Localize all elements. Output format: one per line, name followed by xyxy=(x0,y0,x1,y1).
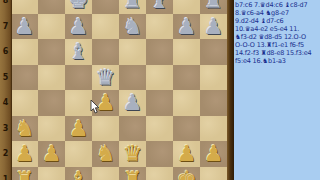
square-h8[interactable]: ♜ xyxy=(200,0,227,14)
black-pawn: ♟ xyxy=(69,14,89,39)
square-e1[interactable]: ♜ xyxy=(119,167,146,181)
rank-label-1: 1 xyxy=(0,167,11,181)
black-pawn: ♟ xyxy=(177,14,197,39)
square-a8[interactable] xyxy=(11,0,38,14)
square-d2[interactable]: ♞ xyxy=(92,141,119,167)
square-a3[interactable]: ♞ xyxy=(11,116,38,142)
square-h7[interactable]: ♟ xyxy=(200,14,227,40)
square-a2[interactable]: ♟ xyxy=(11,141,38,167)
rank-label-7: 7 xyxy=(0,14,11,39)
move-line-4: 10.♛a4-e2 e5-e4 11. xyxy=(235,25,320,33)
square-e5[interactable] xyxy=(119,65,146,91)
square-g5[interactable] xyxy=(173,65,200,91)
white-queen: ♛ xyxy=(123,141,143,166)
move-line-7: 14.f2-f3 ♜d8-e8 15.f3:e4 xyxy=(235,49,320,57)
square-c7[interactable]: ♟ xyxy=(65,14,92,40)
square-g8[interactable] xyxy=(173,0,200,14)
move-line-8: f5:e4 16.♞b1-a3 xyxy=(235,57,320,65)
square-d5[interactable]: ♛ xyxy=(92,65,119,91)
square-g2[interactable]: ♟ xyxy=(173,141,200,167)
square-e3[interactable] xyxy=(119,116,146,142)
black-bishop: ♝ xyxy=(150,0,170,13)
move-line-2: 8.♛c6-a4 ♞g8-e7 xyxy=(235,9,320,17)
square-d6[interactable] xyxy=(92,39,119,65)
mouse-cursor xyxy=(90,100,100,114)
square-f3[interactable] xyxy=(146,116,173,142)
rank-label-strip: 87654321 xyxy=(0,0,12,180)
square-c2[interactable] xyxy=(65,141,92,167)
black-rook: ♜ xyxy=(123,0,143,13)
square-g4[interactable] xyxy=(173,90,200,116)
square-c1[interactable]: ♝ xyxy=(65,167,92,181)
square-h1[interactable] xyxy=(200,167,227,181)
square-f1[interactable] xyxy=(146,167,173,181)
black-pawn: ♟ xyxy=(204,14,224,39)
square-f8[interactable]: ♝ xyxy=(146,0,173,14)
move-line-6: O-O-O 13.♜f1-e1 f6-f5 xyxy=(235,41,320,49)
square-c5[interactable] xyxy=(65,65,92,91)
rank-label-5: 5 xyxy=(0,65,11,90)
rank-label-6: 6 xyxy=(0,39,11,64)
white-king: ♚ xyxy=(177,167,197,180)
rank-label-3: 3 xyxy=(0,116,11,141)
white-rook: ♜ xyxy=(123,167,143,180)
square-h2[interactable]: ♟ xyxy=(200,141,227,167)
white-pawn: ♟ xyxy=(15,141,35,166)
square-a5[interactable] xyxy=(11,65,38,91)
chess-board: ♚♜♝♜♟♟♞♟♟♝♛♟♟♞♟♟♟♞♛♟♟♜♝♜♚ xyxy=(11,0,227,180)
black-king: ♚ xyxy=(69,0,89,13)
black-knight: ♞ xyxy=(123,14,143,39)
square-f2[interactable] xyxy=(146,141,173,167)
board-frame-edge xyxy=(227,0,234,180)
square-c8[interactable]: ♚ xyxy=(65,0,92,14)
square-g7[interactable]: ♟ xyxy=(173,14,200,40)
square-b4[interactable] xyxy=(38,90,65,116)
white-pawn: ♟ xyxy=(42,141,62,166)
white-rook: ♜ xyxy=(15,167,35,180)
white-knight: ♞ xyxy=(96,141,116,166)
square-b1[interactable] xyxy=(38,167,65,181)
black-bishop: ♝ xyxy=(69,39,89,64)
square-b5[interactable] xyxy=(38,65,65,91)
square-h3[interactable] xyxy=(200,116,227,142)
square-e8[interactable]: ♜ xyxy=(119,0,146,14)
black-rook: ♜ xyxy=(204,0,224,13)
square-h5[interactable] xyxy=(200,65,227,91)
square-d8[interactable] xyxy=(92,0,119,14)
white-pawn: ♟ xyxy=(177,141,197,166)
square-f6[interactable] xyxy=(146,39,173,65)
square-a6[interactable] xyxy=(11,39,38,65)
move-line-3: 9.d2-d4 ♝d7-c6 xyxy=(235,17,320,25)
black-pawn: ♟ xyxy=(15,14,35,39)
square-e2[interactable]: ♛ xyxy=(119,141,146,167)
square-a7[interactable]: ♟ xyxy=(11,14,38,40)
black-pawn: ♟ xyxy=(123,90,143,115)
square-h6[interactable] xyxy=(200,39,227,65)
square-d7[interactable] xyxy=(92,14,119,40)
square-e4[interactable]: ♟ xyxy=(119,90,146,116)
white-knight: ♞ xyxy=(15,116,35,141)
white-pawn: ♟ xyxy=(204,141,224,166)
square-b2[interactable]: ♟ xyxy=(38,141,65,167)
square-c4[interactable] xyxy=(65,90,92,116)
square-c3[interactable]: ♟ xyxy=(65,116,92,142)
square-f5[interactable] xyxy=(146,65,173,91)
square-b7[interactable] xyxy=(38,14,65,40)
square-h4[interactable] xyxy=(200,90,227,116)
square-b3[interactable] xyxy=(38,116,65,142)
square-b6[interactable] xyxy=(38,39,65,65)
square-a4[interactable] xyxy=(11,90,38,116)
square-c6[interactable]: ♝ xyxy=(65,39,92,65)
move-list: b7:c6 7.♛d4:c6 ♝c8-d78.♛c6-a4 ♞g8-e79.d2… xyxy=(234,1,320,65)
square-e7[interactable]: ♞ xyxy=(119,14,146,40)
white-bishop: ♝ xyxy=(69,167,89,180)
square-f4[interactable] xyxy=(146,90,173,116)
square-f7[interactable] xyxy=(146,14,173,40)
black-queen: ♛ xyxy=(96,65,116,90)
rank-label-2: 2 xyxy=(0,141,11,166)
white-pawn: ♟ xyxy=(69,116,89,141)
chess-app-window: 87654321 ♚♜♝♜♟♟♞♟♟♝♛♟♟♞♟♟♟♞♛♟♟♜♝♜♚ b7:c6… xyxy=(0,0,320,180)
square-d1[interactable] xyxy=(92,167,119,181)
square-d3[interactable] xyxy=(92,116,119,142)
move-line-5: ♞f3-d2 ♛d8-d5 12.O-O xyxy=(235,33,320,41)
rank-label-8: 8 xyxy=(0,0,11,13)
square-e6[interactable] xyxy=(119,39,146,65)
square-a1[interactable]: ♜ xyxy=(11,167,38,181)
move-list-panel[interactable]: b7:c6 7.♛d4:c6 ♝c8-d78.♛c6-a4 ♞g8-e79.d2… xyxy=(234,0,320,180)
rank-label-4: 4 xyxy=(0,90,11,115)
move-line-1: b7:c6 7.♛d4:c6 ♝c8-d7 xyxy=(235,1,320,9)
square-g3[interactable] xyxy=(173,116,200,142)
square-b8[interactable] xyxy=(38,0,65,14)
square-g6[interactable] xyxy=(173,39,200,65)
square-g1[interactable]: ♚ xyxy=(173,167,200,181)
